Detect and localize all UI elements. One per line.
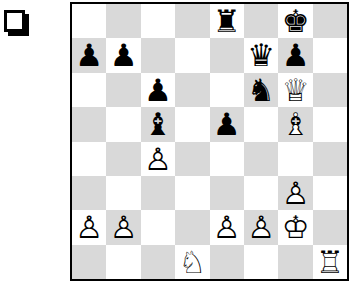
square-a3[interactable] [72, 176, 106, 210]
square-g5[interactable]: ♗ [278, 107, 312, 141]
square-a4[interactable] [72, 142, 106, 176]
square-h6[interactable] [313, 73, 347, 107]
square-f2[interactable]: ♙ [244, 210, 278, 244]
piece-black-bishop-c5[interactable]: ♝ [144, 107, 172, 141]
square-d1[interactable]: ♘ [175, 245, 209, 279]
square-g1[interactable] [278, 245, 312, 279]
piece-black-pawn-a7[interactable]: ♟ [75, 38, 103, 72]
piece-white-pawn-b2[interactable]: ♙ [110, 210, 138, 244]
square-f8[interactable] [244, 4, 278, 38]
square-f6[interactable]: ♞ [244, 73, 278, 107]
square-h1[interactable]: ♖ [313, 245, 347, 279]
square-b1[interactable] [106, 245, 140, 279]
square-h8[interactable] [313, 4, 347, 38]
square-e7[interactable] [210, 38, 244, 72]
square-d3[interactable] [175, 176, 209, 210]
piece-black-pawn-g7[interactable]: ♟ [282, 38, 310, 72]
square-b8[interactable] [106, 4, 140, 38]
square-a8[interactable] [72, 4, 106, 38]
square-g8[interactable]: ♚ [278, 4, 312, 38]
square-c2[interactable] [141, 210, 175, 244]
piece-black-rook-e8[interactable]: ♜ [213, 4, 241, 38]
square-h3[interactable] [313, 176, 347, 210]
piece-black-pawn-e5[interactable]: ♟ [213, 107, 241, 141]
square-c4[interactable]: ♙ [141, 142, 175, 176]
square-e1[interactable] [210, 245, 244, 279]
square-d2[interactable] [175, 210, 209, 244]
square-a7[interactable]: ♟ [72, 38, 106, 72]
square-b7[interactable]: ♟ [106, 38, 140, 72]
square-c8[interactable] [141, 4, 175, 38]
square-h4[interactable] [313, 142, 347, 176]
square-e8[interactable]: ♜ [210, 4, 244, 38]
square-d7[interactable] [175, 38, 209, 72]
piece-white-pawn-a2[interactable]: ♙ [75, 210, 103, 244]
square-h7[interactable] [313, 38, 347, 72]
square-a1[interactable] [72, 245, 106, 279]
piece-black-king-g8[interactable]: ♚ [282, 4, 310, 38]
square-f5[interactable] [244, 107, 278, 141]
square-b3[interactable] [106, 176, 140, 210]
square-e3[interactable] [210, 176, 244, 210]
square-b5[interactable] [106, 107, 140, 141]
piece-white-pawn-g3[interactable]: ♙ [282, 176, 310, 210]
square-f3[interactable] [244, 176, 278, 210]
square-a2[interactable]: ♙ [72, 210, 106, 244]
square-c3[interactable] [141, 176, 175, 210]
square-d8[interactable] [175, 4, 209, 38]
piece-white-pawn-e2[interactable]: ♙ [213, 210, 241, 244]
square-c1[interactable] [141, 245, 175, 279]
piece-black-pawn-c6[interactable]: ♟ [144, 73, 172, 107]
square-c5[interactable]: ♝ [141, 107, 175, 141]
square-d4[interactable] [175, 142, 209, 176]
square-g2[interactable]: ♔ [278, 210, 312, 244]
piece-white-rook-h1[interactable]: ♖ [316, 245, 344, 279]
square-g3[interactable]: ♙ [278, 176, 312, 210]
chess-board: ♜♚♟♟♛♟♟♞♕♝♟♗♙♙♙♙♙♙♔♘♖ [70, 2, 349, 281]
square-e5[interactable]: ♟ [210, 107, 244, 141]
square-b6[interactable] [106, 73, 140, 107]
square-g7[interactable]: ♟ [278, 38, 312, 72]
square-e4[interactable] [210, 142, 244, 176]
piece-white-pawn-f2[interactable]: ♙ [247, 210, 275, 244]
square-g6[interactable]: ♕ [278, 73, 312, 107]
piece-white-queen-g6[interactable]: ♕ [282, 73, 310, 107]
piece-black-knight-f6[interactable]: ♞ [247, 73, 275, 107]
square-f7[interactable]: ♛ [244, 38, 278, 72]
square-f1[interactable] [244, 245, 278, 279]
square-c7[interactable] [141, 38, 175, 72]
piece-white-bishop-g5[interactable]: ♗ [282, 107, 310, 141]
square-e2[interactable]: ♙ [210, 210, 244, 244]
square-f4[interactable] [244, 142, 278, 176]
piece-black-queen-f7[interactable]: ♛ [247, 38, 275, 72]
square-b4[interactable] [106, 142, 140, 176]
square-c6[interactable]: ♟ [141, 73, 175, 107]
square-b2[interactable]: ♙ [106, 210, 140, 244]
square-g4[interactable] [278, 142, 312, 176]
square-h2[interactable] [313, 210, 347, 244]
white-to-move-indicator [4, 10, 25, 32]
piece-white-pawn-c4[interactable]: ♙ [144, 142, 172, 176]
piece-black-pawn-b7[interactable]: ♟ [110, 38, 138, 72]
square-a5[interactable] [72, 107, 106, 141]
square-a6[interactable] [72, 73, 106, 107]
square-h5[interactable] [313, 107, 347, 141]
piece-white-king-g2[interactable]: ♔ [282, 210, 310, 244]
chess-puzzle-diagram: ♜♚♟♟♛♟♟♞♕♝♟♗♙♙♙♙♙♙♔♘♖ [0, 0, 350, 284]
square-e6[interactable] [210, 73, 244, 107]
square-d5[interactable] [175, 107, 209, 141]
piece-white-knight-d1[interactable]: ♘ [178, 245, 206, 279]
square-d6[interactable] [175, 73, 209, 107]
